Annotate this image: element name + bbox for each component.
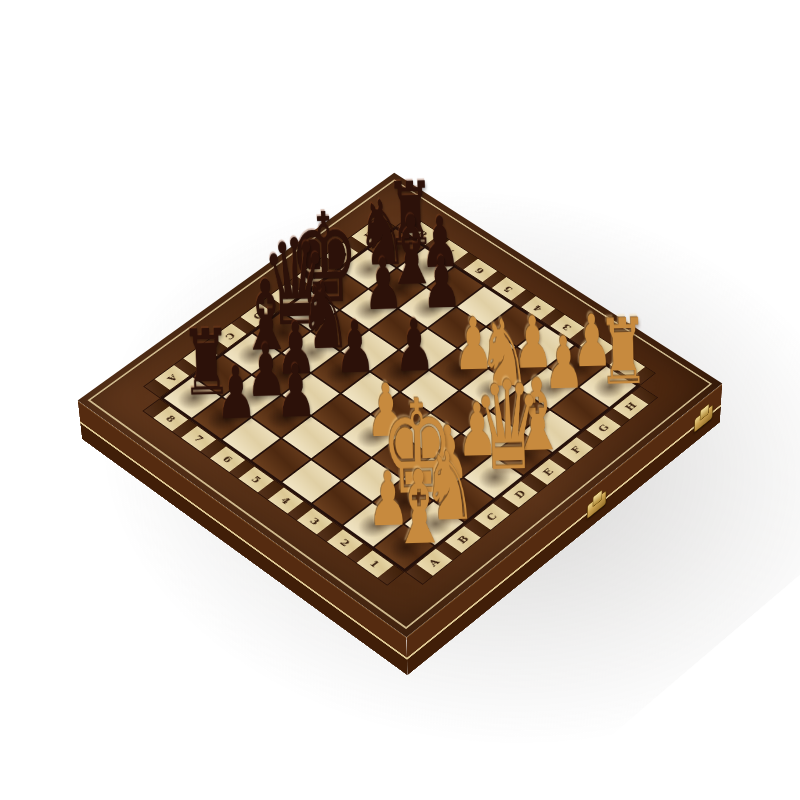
piece-light-rook[interactable]: ♜ <box>578 306 667 398</box>
product-photo-scene: ABCDEFGH ABCDEFGH 87654321 87654321 ♜♝♛♚… <box>0 0 800 800</box>
square-h1[interactable]: ♜ <box>580 366 637 407</box>
brass-clasp <box>694 404 713 433</box>
piece-dark-pawn[interactable]: ♟ <box>251 354 340 429</box>
brass-clasp <box>587 490 606 519</box>
piece-light-bishop[interactable]: ♝ <box>373 455 466 559</box>
